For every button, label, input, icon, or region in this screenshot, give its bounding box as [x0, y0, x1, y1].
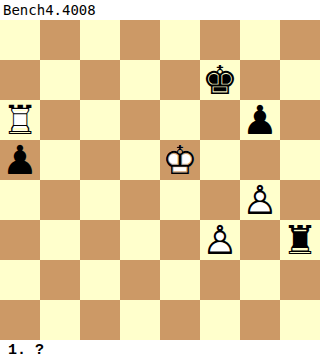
piece-glyph: ♚ — [200, 60, 240, 100]
square-f7[interactable]: ♚ — [200, 60, 240, 100]
square-h8[interactable] — [280, 20, 320, 60]
square-a2[interactable] — [0, 260, 40, 300]
square-c7[interactable] — [80, 60, 120, 100]
square-h5[interactable] — [280, 140, 320, 180]
square-d1[interactable] — [120, 300, 160, 340]
square-d8[interactable] — [120, 20, 160, 60]
square-f1[interactable] — [200, 300, 240, 340]
piece-black-king-f7[interactable]: ♚ — [200, 60, 240, 100]
square-a1[interactable] — [0, 300, 40, 340]
piece-black-pawn-g6[interactable]: ♟ — [240, 100, 280, 140]
square-g3[interactable] — [240, 220, 280, 260]
square-b6[interactable] — [40, 100, 80, 140]
square-c6[interactable] — [80, 100, 120, 140]
piece-glyph: ♜ — [280, 220, 320, 260]
square-g6[interactable]: ♟ — [240, 100, 280, 140]
square-g1[interactable] — [240, 300, 280, 340]
square-a6[interactable]: ♜♖ — [0, 100, 40, 140]
square-h6[interactable] — [280, 100, 320, 140]
square-d6[interactable] — [120, 100, 160, 140]
piece-glyph: ♟ — [0, 140, 40, 180]
square-a3[interactable] — [0, 220, 40, 260]
square-h4[interactable] — [280, 180, 320, 220]
piece-white-pawn-f3[interactable]: ♟♙ — [200, 220, 240, 260]
square-e7[interactable] — [160, 60, 200, 100]
piece-white-king-e5[interactable]: ♚♔ — [160, 140, 200, 180]
square-c1[interactable] — [80, 300, 120, 340]
square-b2[interactable] — [40, 260, 80, 300]
square-b4[interactable] — [40, 180, 80, 220]
page-title: Bench4.4008 — [3, 2, 96, 18]
square-f6[interactable] — [200, 100, 240, 140]
square-a7[interactable] — [0, 60, 40, 100]
square-e8[interactable] — [160, 20, 200, 60]
square-f4[interactable] — [200, 180, 240, 220]
status-bar: 1. ? — [0, 340, 320, 360]
square-h1[interactable] — [280, 300, 320, 340]
move-prompt: 1. ? — [8, 342, 44, 359]
square-e1[interactable] — [160, 300, 200, 340]
square-f5[interactable] — [200, 140, 240, 180]
square-b8[interactable] — [40, 20, 80, 60]
piece-white-rook-a6[interactable]: ♜♖ — [0, 100, 40, 140]
chess-board: ♚♜♖♟♟♚♔♟♙♟♙♜ — [0, 20, 320, 340]
title-bar: Bench4.4008 — [0, 0, 320, 20]
square-c4[interactable] — [80, 180, 120, 220]
square-g5[interactable] — [240, 140, 280, 180]
square-g4[interactable]: ♟♙ — [240, 180, 280, 220]
square-e5[interactable]: ♚♔ — [160, 140, 200, 180]
square-b1[interactable] — [40, 300, 80, 340]
square-d4[interactable] — [120, 180, 160, 220]
square-a4[interactable] — [0, 180, 40, 220]
square-b3[interactable] — [40, 220, 80, 260]
square-e3[interactable] — [160, 220, 200, 260]
square-d2[interactable] — [120, 260, 160, 300]
square-h7[interactable] — [280, 60, 320, 100]
piece-glyph: ♟ — [240, 100, 280, 140]
square-h3[interactable]: ♜ — [280, 220, 320, 260]
piece-glyph: ♔ — [160, 140, 200, 180]
piece-glyph: ♙ — [240, 180, 280, 220]
square-b5[interactable] — [40, 140, 80, 180]
square-g7[interactable] — [240, 60, 280, 100]
piece-glyph: ♙ — [200, 220, 240, 260]
square-f3[interactable]: ♟♙ — [200, 220, 240, 260]
square-c3[interactable] — [80, 220, 120, 260]
square-f8[interactable] — [200, 20, 240, 60]
square-g2[interactable] — [240, 260, 280, 300]
square-f2[interactable] — [200, 260, 240, 300]
piece-white-pawn-g4[interactable]: ♟♙ — [240, 180, 280, 220]
piece-black-pawn-a5[interactable]: ♟ — [0, 140, 40, 180]
square-b7[interactable] — [40, 60, 80, 100]
square-g8[interactable] — [240, 20, 280, 60]
square-e2[interactable] — [160, 260, 200, 300]
square-e4[interactable] — [160, 180, 200, 220]
square-d5[interactable] — [120, 140, 160, 180]
square-c2[interactable] — [80, 260, 120, 300]
square-h2[interactable] — [280, 260, 320, 300]
square-e6[interactable] — [160, 100, 200, 140]
square-c8[interactable] — [80, 20, 120, 60]
square-c5[interactable] — [80, 140, 120, 180]
square-a8[interactable] — [0, 20, 40, 60]
square-a5[interactable]: ♟ — [0, 140, 40, 180]
square-d3[interactable] — [120, 220, 160, 260]
piece-glyph: ♖ — [0, 100, 40, 140]
piece-black-rook-h3[interactable]: ♜ — [280, 220, 320, 260]
square-d7[interactable] — [120, 60, 160, 100]
